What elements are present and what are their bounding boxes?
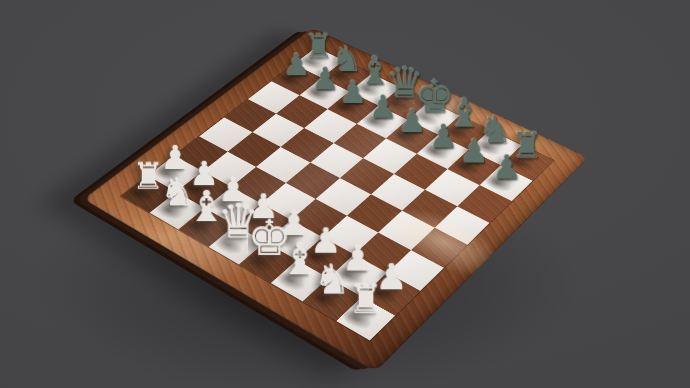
board-scene: ♜♞♝♛♚♝♞♜♟♟♟♟♟♟♟♟♟♟♟♟♟♟♟♟♜♞♝♛♚♝♞♜ bbox=[0, 0, 690, 388]
piece-white-rook[interactable]: ♜ bbox=[344, 280, 387, 318]
piece-black-pawn[interactable]: ♟ bbox=[487, 151, 526, 182]
render-viewport: ♜♞♝♛♚♝♞♜♟♟♟♟♟♟♟♟♟♟♟♟♟♟♟♟♜♞♝♛♚♝♞♜ bbox=[0, 0, 690, 388]
chess-board: ♜♞♝♛♚♝♞♜♟♟♟♟♟♟♟♟♟♟♟♟♟♟♟♟♜♞♝♛♚♝♞♜ bbox=[83, 28, 588, 372]
board-squares: ♜♞♝♛♚♝♞♜♟♟♟♟♟♟♟♟♟♟♟♟♟♟♟♟♜♞♝♛♚♝♞♜ bbox=[121, 47, 553, 340]
